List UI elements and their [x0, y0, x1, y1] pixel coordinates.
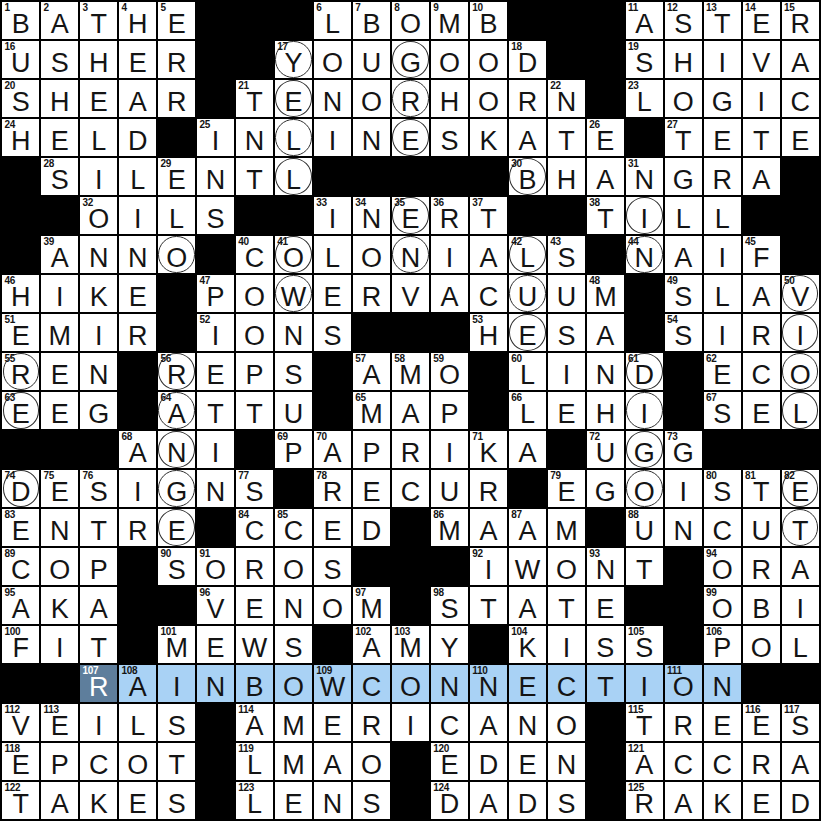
grid-cell[interactable]: A — [587, 158, 624, 195]
grid-cell[interactable]: 106P — [704, 626, 741, 663]
grid-cell[interactable]: 119L — [236, 743, 273, 780]
grid-cell[interactable]: 85C — [275, 509, 312, 546]
grid-cell[interactable]: 3T — [80, 2, 117, 39]
grid-cell[interactable]: A — [665, 236, 702, 273]
grid-cell[interactable]: M — [275, 743, 312, 780]
grid-cell[interactable]: I — [743, 80, 780, 117]
grid-cell[interactable]: O — [665, 80, 702, 117]
grid-cell[interactable]: C — [782, 80, 819, 117]
grid-cell[interactable]: 80S — [704, 470, 741, 507]
grid-cell[interactable]: 117S — [782, 704, 819, 741]
grid-cell[interactable]: N — [314, 80, 351, 117]
grid-cell[interactable]: H — [665, 41, 702, 78]
grid-cell[interactable]: A — [509, 587, 546, 624]
grid-cell[interactable]: E — [158, 509, 195, 546]
grid-cell[interactable]: 4H — [119, 2, 156, 39]
grid-cell[interactable]: L — [665, 197, 702, 234]
grid-cell[interactable]: N — [80, 353, 117, 390]
grid-cell[interactable]: N — [197, 470, 234, 507]
grid-cell[interactable]: U — [353, 41, 390, 78]
grid-cell[interactable]: A — [314, 743, 351, 780]
grid-cell[interactable]: R — [353, 275, 390, 312]
grid-cell[interactable]: O — [353, 743, 390, 780]
grid-cell[interactable]: 124D — [431, 782, 468, 819]
grid-cell[interactable]: D — [509, 782, 546, 819]
grid-cell[interactable]: E — [236, 587, 273, 624]
grid-cell[interactable]: 121A — [626, 743, 663, 780]
grid-cell[interactable]: 114A — [236, 704, 273, 741]
grid-cell[interactable]: 94O — [704, 548, 741, 585]
grid-cell[interactable]: V — [743, 41, 780, 78]
grid-cell[interactable]: S — [275, 626, 312, 663]
grid-cell[interactable]: W — [275, 275, 312, 312]
grid-cell[interactable]: 44N — [626, 236, 663, 273]
grid-cell[interactable]: I — [548, 353, 585, 390]
grid-cell[interactable]: 83E — [2, 509, 39, 546]
grid-cell[interactable]: 12S — [665, 2, 702, 39]
grid-cell[interactable]: L — [782, 626, 819, 663]
grid-cell[interactable]: O — [236, 314, 273, 351]
grid-cell[interactable]: E — [509, 743, 546, 780]
grid-cell[interactable]: E — [119, 275, 156, 312]
grid-cell[interactable]: E — [353, 470, 390, 507]
grid-cell[interactable]: 43S — [548, 236, 585, 273]
grid-cell[interactable]: O — [353, 80, 390, 117]
grid-cell[interactable]: L — [80, 119, 117, 156]
grid-cell[interactable]: 62E — [704, 353, 741, 390]
grid-cell[interactable]: 36R — [431, 197, 468, 234]
grid-cell[interactable]: 104K — [509, 626, 546, 663]
grid-cell[interactable]: 87A — [509, 509, 546, 546]
grid-cell[interactable]: R — [236, 548, 273, 585]
grid-cell[interactable]: E — [314, 275, 351, 312]
grid-cell[interactable]: 67S — [704, 392, 741, 429]
grid-cell[interactable]: 81T — [743, 470, 780, 507]
grid-cell[interactable]: U — [548, 275, 585, 312]
grid-cell[interactable]: 103M — [392, 626, 429, 663]
grid-cell[interactable]: I — [119, 470, 156, 507]
grid-cell[interactable]: S — [353, 782, 390, 819]
grid-cell[interactable]: 101M — [158, 626, 195, 663]
grid-cell[interactable]: 29E — [158, 158, 195, 195]
grid-cell[interactable]: N — [431, 665, 468, 702]
grid-cell[interactable]: A — [80, 587, 117, 624]
grid-cell[interactable]: U — [509, 275, 546, 312]
grid-cell[interactable]: R — [509, 80, 546, 117]
grid-cell[interactable]: 125R — [626, 782, 663, 819]
grid-cell[interactable]: 95A — [2, 587, 39, 624]
grid-cell[interactable]: O — [392, 665, 429, 702]
grid-cell[interactable]: E — [197, 353, 234, 390]
grid-cell[interactable]: 41O — [275, 236, 312, 273]
grid-cell[interactable]: 8O — [392, 2, 429, 39]
grid-cell[interactable]: E — [197, 626, 234, 663]
grid-cell[interactable]: E — [41, 119, 78, 156]
grid-cell[interactable]: N — [197, 158, 234, 195]
grid-cell[interactable]: R — [392, 431, 429, 468]
grid-cell[interactable]: 66L — [509, 392, 546, 429]
grid-cell[interactable]: I — [626, 197, 663, 234]
grid-cell[interactable]: 115T — [626, 704, 663, 741]
grid-cell[interactable]: N — [80, 236, 117, 273]
grid-cell[interactable]: 16U — [2, 41, 39, 78]
grid-cell[interactable]: L — [158, 197, 195, 234]
grid-cell[interactable]: 108A — [119, 665, 156, 702]
grid-cell[interactable]: L — [314, 236, 351, 273]
grid-cell[interactable]: M — [275, 704, 312, 741]
grid-cell[interactable]: 48M — [587, 275, 624, 312]
grid-cell[interactable]: R — [392, 80, 429, 117]
grid-cell[interactable]: 91O — [197, 548, 234, 585]
grid-cell[interactable]: 112V — [2, 704, 39, 741]
grid-cell[interactable]: 11A — [626, 2, 663, 39]
grid-cell[interactable]: A — [587, 314, 624, 351]
grid-cell[interactable]: S — [314, 548, 351, 585]
grid-cell[interactable]: 53H — [470, 314, 507, 351]
grid-cell[interactable]: 93N — [587, 548, 624, 585]
grid-cell[interactable]: A — [743, 275, 780, 312]
grid-cell[interactable]: I — [41, 275, 78, 312]
grid-cell[interactable]: O — [548, 548, 585, 585]
grid-cell[interactable]: S — [158, 782, 195, 819]
grid-cell[interactable]: 40C — [236, 236, 273, 273]
grid-cell[interactable]: I — [431, 236, 468, 273]
grid-cell[interactable]: D — [119, 119, 156, 156]
grid-cell[interactable]: E — [41, 392, 78, 429]
grid-cell[interactable]: A — [782, 743, 819, 780]
grid-cell[interactable]: I — [197, 431, 234, 468]
grid-cell[interactable]: G — [392, 41, 429, 78]
grid-cell[interactable]: 23L — [626, 80, 663, 117]
grid-cell[interactable]: 113E — [41, 704, 78, 741]
grid-cell[interactable]: 25I — [197, 119, 234, 156]
grid-cell[interactable]: N — [158, 431, 195, 468]
grid-cell[interactable]: 15R — [782, 2, 819, 39]
grid-cell[interactable]: 84C — [236, 509, 273, 546]
grid-cell[interactable]: G — [587, 470, 624, 507]
grid-cell[interactable]: E — [548, 392, 585, 429]
grid-cell[interactable]: E — [587, 587, 624, 624]
grid-cell[interactable]: A — [470, 509, 507, 546]
grid-cell[interactable]: D — [470, 743, 507, 780]
grid-cell[interactable]: 96V — [197, 587, 234, 624]
grid-cell[interactable]: E — [392, 119, 429, 156]
grid-cell[interactable]: G — [158, 470, 195, 507]
grid-cell[interactable]: 60L — [509, 353, 546, 390]
grid-cell[interactable]: L — [119, 704, 156, 741]
grid-cell[interactable]: U — [275, 392, 312, 429]
grid-cell[interactable]: 18D — [509, 41, 546, 78]
grid-cell[interactable]: 105S — [626, 626, 663, 663]
grid-cell[interactable]: N — [587, 353, 624, 390]
grid-cell[interactable]: H — [80, 41, 117, 78]
grid-cell[interactable]: 47P — [197, 275, 234, 312]
grid-cell[interactable]: 46H — [2, 275, 39, 312]
grid-cell[interactable]: H — [587, 392, 624, 429]
grid-cell[interactable]: 72U — [587, 431, 624, 468]
grid-cell[interactable]: T — [80, 509, 117, 546]
grid-cell[interactable]: P — [41, 743, 78, 780]
grid-cell[interactable]: N — [236, 119, 273, 156]
grid-cell[interactable]: S — [587, 626, 624, 663]
grid-cell[interactable]: E — [509, 665, 546, 702]
grid-cell[interactable]: R — [158, 41, 195, 78]
grid-cell[interactable]: T — [782, 509, 819, 546]
grid-cell[interactable]: P — [80, 548, 117, 585]
grid-cell[interactable]: R — [665, 704, 702, 741]
grid-cell[interactable]: 50V — [782, 275, 819, 312]
grid-cell[interactable]: O — [626, 470, 663, 507]
grid-cell[interactable]: 99O — [704, 587, 741, 624]
grid-cell[interactable]: R — [470, 470, 507, 507]
grid-cell[interactable]: O — [470, 80, 507, 117]
grid-cell[interactable]: E — [314, 704, 351, 741]
grid-cell[interactable]: 110N — [470, 665, 507, 702]
grid-cell[interactable]: O — [275, 548, 312, 585]
grid-cell[interactable]: N — [704, 665, 741, 702]
grid-cell[interactable]: 58M — [392, 353, 429, 390]
grid-cell[interactable]: A — [470, 236, 507, 273]
grid-cell[interactable]: 116E — [743, 704, 780, 741]
grid-cell[interactable]: N — [197, 665, 234, 702]
grid-cell[interactable]: 79E — [548, 470, 585, 507]
grid-cell[interactable]: R — [743, 743, 780, 780]
grid-cell[interactable]: 98S — [431, 587, 468, 624]
grid-cell[interactable]: 2A — [41, 2, 78, 39]
grid-cell[interactable]: T — [197, 392, 234, 429]
grid-cell[interactable]: 120E — [431, 743, 468, 780]
grid-cell[interactable]: I — [158, 665, 195, 702]
grid-cell[interactable]: N — [353, 119, 390, 156]
grid-cell[interactable]: 63E — [2, 392, 39, 429]
grid-cell[interactable]: 34N — [353, 197, 390, 234]
grid-cell[interactable]: 90S — [158, 548, 195, 585]
grid-cell[interactable]: H — [548, 158, 585, 195]
grid-cell[interactable]: 42L — [509, 236, 546, 273]
grid-cell[interactable]: 71K — [470, 431, 507, 468]
grid-cell[interactable]: C — [704, 509, 741, 546]
grid-cell[interactable]: E — [80, 80, 117, 117]
grid-cell[interactable]: H — [41, 80, 78, 117]
grid-cell[interactable]: 122T — [2, 782, 39, 819]
grid-cell[interactable]: E — [119, 41, 156, 78]
grid-cell[interactable]: 97M — [353, 587, 390, 624]
grid-cell[interactable]: 7B — [353, 2, 390, 39]
grid-cell[interactable]: 37T — [470, 197, 507, 234]
grid-cell[interactable]: Y — [431, 626, 468, 663]
grid-cell[interactable]: 9M — [431, 2, 468, 39]
grid-cell[interactable]: I — [548, 626, 585, 663]
grid-cell[interactable]: 73G — [665, 431, 702, 468]
grid-cell[interactable]: O — [41, 548, 78, 585]
grid-cell[interactable]: 57A — [353, 353, 390, 390]
grid-cell[interactable]: I — [431, 431, 468, 468]
grid-cell[interactable]: I — [80, 158, 117, 195]
grid-cell[interactable]: G — [704, 80, 741, 117]
grid-cell[interactable]: 33I — [314, 197, 351, 234]
grid-cell[interactable]: 51E — [2, 314, 39, 351]
grid-cell[interactable]: G — [80, 392, 117, 429]
grid-cell[interactable]: O — [158, 236, 195, 273]
grid-cell[interactable]: R — [119, 509, 156, 546]
grid-cell[interactable]: L — [119, 158, 156, 195]
grid-cell[interactable]: B — [236, 665, 273, 702]
grid-cell[interactable]: E — [509, 314, 546, 351]
grid-cell[interactable]: S — [431, 119, 468, 156]
grid-cell[interactable]: I — [704, 41, 741, 78]
grid-cell[interactable]: L — [275, 119, 312, 156]
grid-cell[interactable]: 10B — [470, 2, 507, 39]
grid-cell[interactable]: A — [431, 275, 468, 312]
grid-cell[interactable]: C — [548, 665, 585, 702]
grid-cell[interactable]: 109W — [314, 665, 351, 702]
grid-cell[interactable]: I — [626, 665, 663, 702]
grid-cell[interactable]: 17Y — [275, 41, 312, 78]
grid-cell[interactable]: R — [704, 158, 741, 195]
grid-cell[interactable]: N — [41, 509, 78, 546]
grid-cell[interactable]: 20S — [2, 80, 39, 117]
grid-cell[interactable]: 59O — [431, 353, 468, 390]
grid-cell[interactable]: K — [80, 275, 117, 312]
grid-cell[interactable]: K — [41, 587, 78, 624]
grid-cell[interactable]: K — [470, 119, 507, 156]
grid-cell[interactable]: I — [626, 392, 663, 429]
grid-cell[interactable]: T — [743, 119, 780, 156]
grid-cell[interactable]: N — [392, 236, 429, 273]
grid-cell[interactable]: C — [431, 704, 468, 741]
grid-cell[interactable]: A — [119, 80, 156, 117]
grid-cell[interactable]: S — [548, 782, 585, 819]
grid-cell[interactable]: C — [80, 743, 117, 780]
grid-cell[interactable]: T — [587, 665, 624, 702]
grid-cell[interactable]: A — [470, 704, 507, 741]
grid-cell[interactable]: E — [704, 704, 741, 741]
grid-cell[interactable]: O — [743, 626, 780, 663]
grid-cell[interactable]: N — [509, 704, 546, 741]
grid-cell[interactable]: 76S — [80, 470, 117, 507]
grid-cell[interactable]: O — [470, 41, 507, 78]
grid-cell[interactable]: R — [119, 314, 156, 351]
grid-cell[interactable]: I — [314, 119, 351, 156]
grid-cell[interactable]: O — [314, 587, 351, 624]
grid-cell[interactable]: E — [314, 509, 351, 546]
grid-cell[interactable]: 74D — [2, 470, 39, 507]
grid-cell[interactable]: 69P — [275, 431, 312, 468]
grid-cell[interactable]: I — [80, 704, 117, 741]
grid-cell[interactable]: 86M — [431, 509, 468, 546]
grid-cell[interactable]: I — [704, 236, 741, 273]
grid-cell[interactable]: N — [275, 587, 312, 624]
grid-cell[interactable]: G — [626, 431, 663, 468]
grid-cell[interactable]: R — [743, 548, 780, 585]
grid-cell[interactable]: 14E — [743, 2, 780, 39]
grid-cell[interactable]: E — [704, 119, 741, 156]
grid-cell[interactable]: B — [743, 587, 780, 624]
grid-cell[interactable]: 68A — [119, 431, 156, 468]
grid-cell[interactable]: 111O — [665, 665, 702, 702]
grid-cell[interactable]: C — [704, 743, 741, 780]
grid-cell[interactable]: 102A — [353, 626, 390, 663]
grid-cell[interactable]: P — [353, 431, 390, 468]
grid-cell[interactable]: 28S — [41, 158, 78, 195]
grid-cell[interactable]: T — [548, 119, 585, 156]
grid-cell[interactable]: C — [665, 743, 702, 780]
grid-cell[interactable]: N — [314, 782, 351, 819]
grid-cell[interactable]: 35E — [392, 197, 429, 234]
grid-cell[interactable]: 5E — [158, 2, 195, 39]
grid-cell[interactable]: 70A — [314, 431, 351, 468]
grid-cell[interactable]: C — [470, 275, 507, 312]
grid-cell[interactable]: 45F — [743, 236, 780, 273]
grid-cell[interactable]: 88U — [626, 509, 663, 546]
grid-cell[interactable]: E — [41, 353, 78, 390]
grid-cell[interactable]: W — [509, 548, 546, 585]
grid-cell[interactable]: A — [41, 782, 78, 819]
grid-cell[interactable]: I — [41, 626, 78, 663]
grid-cell[interactable]: O — [548, 704, 585, 741]
grid-cell[interactable]: A — [782, 41, 819, 78]
grid-cell[interactable]: L — [704, 197, 741, 234]
grid-cell[interactable]: 31N — [626, 158, 663, 195]
grid-cell[interactable]: 39A — [41, 236, 78, 273]
grid-cell[interactable]: S — [158, 704, 195, 741]
grid-cell[interactable]: O — [431, 41, 468, 78]
grid-cell[interactable]: R — [158, 80, 195, 117]
grid-cell[interactable]: 56R — [158, 353, 195, 390]
grid-cell[interactable]: 30B — [509, 158, 546, 195]
grid-cell[interactable]: 32O — [80, 197, 117, 234]
grid-cell[interactable]: L — [782, 392, 819, 429]
grid-cell[interactable]: A — [392, 392, 429, 429]
grid-cell[interactable]: P — [431, 392, 468, 429]
grid-cell[interactable]: R — [743, 314, 780, 351]
grid-cell[interactable]: 100F — [2, 626, 39, 663]
grid-cell[interactable]: 61D — [626, 353, 663, 390]
grid-cell[interactable]: 92I — [470, 548, 507, 585]
grid-cell[interactable]: E — [743, 782, 780, 819]
grid-cell[interactable]: I — [782, 587, 819, 624]
grid-cell[interactable]: C — [743, 353, 780, 390]
grid-cell[interactable]: H — [431, 80, 468, 117]
grid-cell[interactable]: A — [509, 119, 546, 156]
grid-cell[interactable]: 107R — [80, 665, 117, 702]
grid-cell[interactable]: A — [470, 782, 507, 819]
grid-cell[interactable]: E — [743, 392, 780, 429]
grid-cell[interactable]: T — [548, 587, 585, 624]
grid-cell[interactable]: 49S — [665, 275, 702, 312]
grid-cell[interactable]: 78R — [314, 470, 351, 507]
grid-cell[interactable]: 13T — [704, 2, 741, 39]
grid-cell[interactable]: S — [314, 314, 351, 351]
grid-cell[interactable]: L — [704, 275, 741, 312]
grid-cell[interactable]: 77S — [236, 470, 273, 507]
grid-cell[interactable]: V — [392, 275, 429, 312]
grid-cell[interactable]: A — [782, 548, 819, 585]
grid-cell[interactable]: K — [80, 782, 117, 819]
grid-cell[interactable]: I — [782, 314, 819, 351]
grid-cell[interactable]: 123L — [236, 782, 273, 819]
grid-cell[interactable]: L — [275, 158, 312, 195]
grid-cell[interactable]: 89C — [2, 548, 39, 585]
grid-cell[interactable]: 38T — [587, 197, 624, 234]
grid-cell[interactable]: 24H — [2, 119, 39, 156]
grid-cell[interactable]: S — [275, 353, 312, 390]
grid-cell[interactable]: M — [41, 314, 78, 351]
grid-cell[interactable]: D — [782, 782, 819, 819]
grid-cell[interactable]: P — [236, 353, 273, 390]
grid-cell[interactable]: 55R — [2, 353, 39, 390]
grid-cell[interactable]: E — [275, 80, 312, 117]
